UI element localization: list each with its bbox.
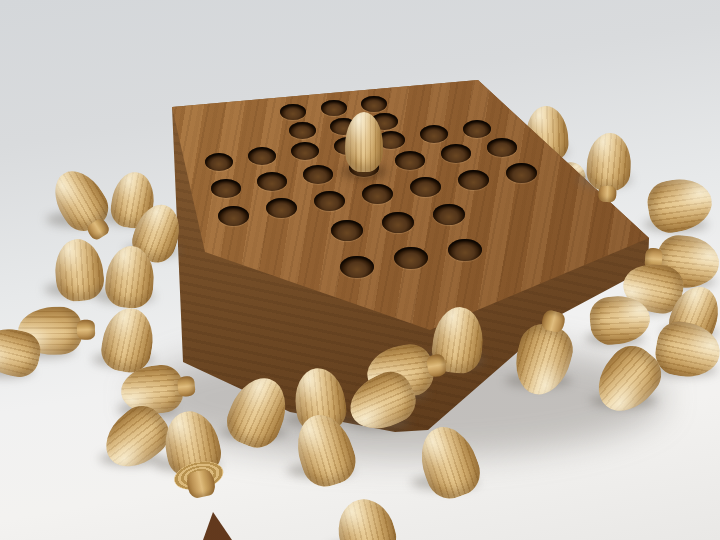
- scattered-peg[interactable]: [103, 244, 156, 310]
- peg-stem: [177, 375, 196, 397]
- board-hole-c4[interactable]: [303, 165, 333, 184]
- peg-stem: [598, 185, 617, 202]
- scattered-peg[interactable]: [588, 293, 652, 346]
- board-hole-c6[interactable]: [331, 220, 363, 241]
- scene: [0, 0, 720, 540]
- scattered-peg[interactable]: [586, 132, 633, 192]
- board-hole-g5[interactable]: [506, 163, 537, 183]
- peg-body: [588, 293, 652, 346]
- board-hole-e7[interactable]: [448, 239, 482, 261]
- board-hole-a3[interactable]: [205, 153, 233, 171]
- board-hole-c2[interactable]: [289, 122, 316, 139]
- board-hole-d5[interactable]: [362, 184, 393, 204]
- board-hole-c7[interactable]: [340, 256, 374, 278]
- board-hole-f5[interactable]: [458, 170, 489, 190]
- peg-stem: [77, 319, 96, 340]
- board-hole-d6[interactable]: [382, 212, 414, 233]
- board-hole-g4[interactable]: [487, 138, 517, 157]
- board-hole-e1[interactable]: [361, 96, 387, 112]
- peg-body: [103, 244, 156, 310]
- board-hole-c5[interactable]: [314, 191, 345, 211]
- board-hole-f4[interactable]: [441, 144, 471, 163]
- peg-body: [586, 132, 633, 192]
- center-peg[interactable]: [345, 112, 383, 172]
- board-hole-a5[interactable]: [218, 206, 249, 226]
- peg-body: [644, 174, 716, 236]
- board-hole-a4[interactable]: [211, 179, 241, 198]
- board-hole-e6[interactable]: [433, 204, 465, 225]
- board-hole-e5[interactable]: [410, 177, 441, 197]
- center-peg-body: [345, 112, 383, 172]
- board-hole-c3[interactable]: [291, 142, 319, 160]
- board-hole-d7[interactable]: [394, 247, 428, 269]
- board-hole-e4[interactable]: [395, 151, 425, 170]
- board-hole-f3[interactable]: [420, 125, 448, 143]
- board-hole-b3[interactable]: [248, 147, 276, 165]
- board-hole-c1[interactable]: [280, 104, 306, 120]
- scattered-peg[interactable]: [644, 174, 716, 236]
- board-hole-b5[interactable]: [266, 198, 297, 218]
- board-hole-g3[interactable]: [463, 120, 491, 138]
- board-hole-b4[interactable]: [257, 172, 287, 191]
- board-hole-d1[interactable]: [321, 100, 347, 116]
